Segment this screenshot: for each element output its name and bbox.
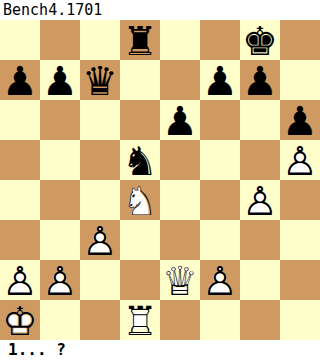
square-h7[interactable] [280,60,320,100]
square-c3[interactable]: ♟♙ [80,220,120,260]
piece-white-pawn[interactable]: ♟♙ [200,260,240,300]
square-c4[interactable] [80,180,120,220]
move-prompt: 1... ? [0,340,320,360]
piece-white-queen[interactable]: ♛♕ [160,260,200,300]
piece-black-king[interactable]: ♚ [240,20,280,60]
square-g8[interactable]: ♚ [240,20,280,60]
square-e6[interactable]: ♟ [160,100,200,140]
square-g7[interactable]: ♟ [240,60,280,100]
piece-black-pawn[interactable]: ♟ [40,60,80,100]
piece-white-pawn[interactable]: ♟♙ [0,260,40,300]
square-f3[interactable] [200,220,240,260]
square-d7[interactable] [120,60,160,100]
piece-white-pawn[interactable]: ♟♙ [80,220,120,260]
square-e8[interactable] [160,20,200,60]
piece-outline: ♔ [0,300,40,340]
square-a2[interactable]: ♟♙ [0,260,40,300]
square-a5[interactable] [0,140,40,180]
square-e2[interactable]: ♛♕ [160,260,200,300]
piece-black-queen[interactable]: ♛ [80,60,120,100]
square-a8[interactable] [0,20,40,60]
square-b2[interactable]: ♟♙ [40,260,80,300]
piece-outline: ♙ [200,260,240,300]
square-g6[interactable] [240,100,280,140]
piece-white-pawn[interactable]: ♟♙ [280,140,320,180]
square-c8[interactable] [80,20,120,60]
square-f4[interactable] [200,180,240,220]
square-g2[interactable] [240,260,280,300]
piece-white-knight[interactable]: ♞♘ [120,180,160,220]
square-c5[interactable] [80,140,120,180]
square-e4[interactable] [160,180,200,220]
square-g5[interactable] [240,140,280,180]
square-c1[interactable] [80,300,120,340]
square-f7[interactable]: ♟ [200,60,240,100]
square-g1[interactable] [240,300,280,340]
piece-outline: ♖ [120,300,160,340]
piece-white-pawn[interactable]: ♟♙ [40,260,80,300]
piece-black-pawn[interactable]: ♟ [0,60,40,100]
piece-black-pawn[interactable]: ♟ [200,60,240,100]
chess-board: ♜♚♟♟♛♟♟♟♟♞♟♙♞♘♟♙♟♙♟♙♟♙♛♕♟♙♚♔♜♖ [0,20,320,340]
square-h2[interactable] [280,260,320,300]
square-h8[interactable] [280,20,320,60]
square-b8[interactable] [40,20,80,60]
square-f5[interactable] [200,140,240,180]
square-b7[interactable]: ♟ [40,60,80,100]
piece-black-rook[interactable]: ♜ [120,20,160,60]
piece-black-knight[interactable]: ♞ [120,140,160,180]
square-e3[interactable] [160,220,200,260]
square-h4[interactable] [280,180,320,220]
square-d6[interactable] [120,100,160,140]
piece-outline: ♙ [0,260,40,300]
square-h6[interactable]: ♟ [280,100,320,140]
square-b4[interactable] [40,180,80,220]
square-a1[interactable]: ♚♔ [0,300,40,340]
square-c7[interactable]: ♛ [80,60,120,100]
square-f2[interactable]: ♟♙ [200,260,240,300]
piece-outline: ♘ [120,180,160,220]
square-a3[interactable] [0,220,40,260]
square-e1[interactable] [160,300,200,340]
square-b6[interactable] [40,100,80,140]
square-h3[interactable] [280,220,320,260]
square-f1[interactable] [200,300,240,340]
square-d5[interactable]: ♞ [120,140,160,180]
square-d3[interactable] [120,220,160,260]
piece-black-pawn[interactable]: ♟ [280,100,320,140]
square-a7[interactable]: ♟ [0,60,40,100]
square-f8[interactable] [200,20,240,60]
square-b1[interactable] [40,300,80,340]
square-a4[interactable] [0,180,40,220]
piece-black-pawn[interactable]: ♟ [240,60,280,100]
piece-outline: ♙ [40,260,80,300]
piece-outline: ♙ [240,180,280,220]
square-e5[interactable] [160,140,200,180]
square-b5[interactable] [40,140,80,180]
square-g4[interactable]: ♟♙ [240,180,280,220]
square-c6[interactable] [80,100,120,140]
square-a6[interactable] [0,100,40,140]
piece-white-rook[interactable]: ♜♖ [120,300,160,340]
square-d2[interactable] [120,260,160,300]
piece-outline: ♙ [280,140,320,180]
square-d8[interactable]: ♜ [120,20,160,60]
square-d4[interactable]: ♞♘ [120,180,160,220]
square-e7[interactable] [160,60,200,100]
square-h1[interactable] [280,300,320,340]
piece-outline: ♕ [160,260,200,300]
piece-outline: ♙ [80,220,120,260]
square-f6[interactable] [200,100,240,140]
square-d1[interactable]: ♜♖ [120,300,160,340]
square-b3[interactable] [40,220,80,260]
square-c2[interactable] [80,260,120,300]
window-title: Bench4.1701 [0,0,320,20]
square-g3[interactable] [240,220,280,260]
piece-black-pawn[interactable]: ♟ [160,100,200,140]
piece-white-king[interactable]: ♚♔ [0,300,40,340]
piece-white-pawn[interactable]: ♟♙ [240,180,280,220]
square-h5[interactable]: ♟♙ [280,140,320,180]
